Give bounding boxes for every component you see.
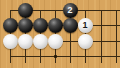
star-point-d16	[54, 55, 57, 58]
stone-white	[33, 34, 48, 49]
stone-white	[3, 34, 18, 49]
stone-black	[3, 18, 18, 33]
grid-vline	[101, 10, 102, 63]
stone-black-move-2: 2	[63, 3, 78, 18]
stone-white	[78, 34, 93, 49]
stone-black	[33, 18, 48, 33]
stone-black	[18, 3, 33, 18]
stone-black	[63, 18, 78, 33]
move-label: 2	[67, 6, 72, 15]
grid-hline	[10, 56, 120, 57]
stone-black	[48, 18, 63, 33]
go-board[interactable]: 21	[0, 0, 120, 68]
move-label: 1	[82, 21, 87, 30]
stone-white	[48, 34, 63, 49]
stone-white-move-1: 1	[78, 18, 93, 33]
stone-black	[18, 18, 33, 33]
stone-white	[18, 34, 33, 49]
grid-vline	[116, 10, 117, 63]
